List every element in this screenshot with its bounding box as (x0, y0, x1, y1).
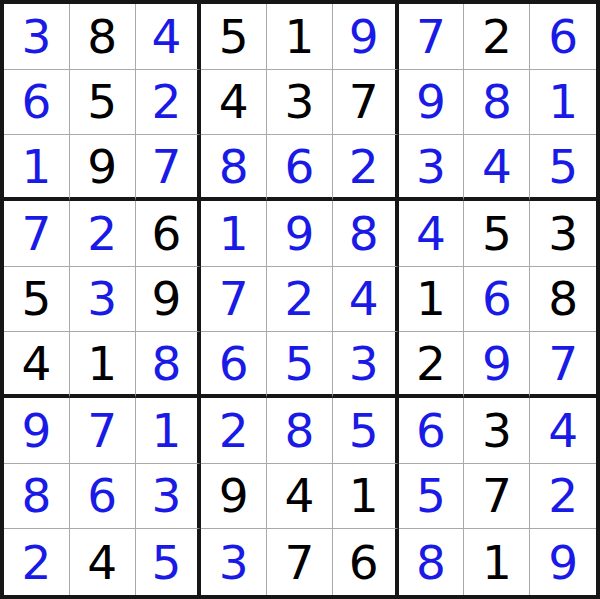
cell-r2c7[interactable]: 9 (399, 70, 465, 136)
cell-r4c3[interactable]: 6 (136, 201, 202, 267)
cell-r4c6[interactable]: 8 (333, 201, 399, 267)
cell-r9c7[interactable]: 8 (399, 529, 465, 595)
cell-r3c5[interactable]: 6 (267, 135, 333, 201)
cell-r4c8[interactable]: 5 (464, 201, 530, 267)
cell-r5c9[interactable]: 8 (530, 267, 596, 333)
cell-r1c2[interactable]: 8 (70, 4, 136, 70)
cell-r6c9[interactable]: 7 (530, 332, 596, 398)
cell-r2c9[interactable]: 1 (530, 70, 596, 136)
cell-r1c5[interactable]: 1 (267, 4, 333, 70)
cell-r2c1[interactable]: 6 (4, 70, 70, 136)
cell-r5c3[interactable]: 9 (136, 267, 202, 333)
cell-r6c5[interactable]: 5 (267, 332, 333, 398)
cell-r9c6[interactable]: 6 (333, 529, 399, 595)
cell-r3c6[interactable]: 2 (333, 135, 399, 201)
cell-r8c9[interactable]: 2 (530, 464, 596, 530)
cell-r6c6[interactable]: 3 (333, 332, 399, 398)
cell-r8c5[interactable]: 4 (267, 464, 333, 530)
cell-r1c7[interactable]: 7 (399, 4, 465, 70)
cell-r2c3[interactable]: 2 (136, 70, 202, 136)
cell-r5c6[interactable]: 4 (333, 267, 399, 333)
cell-r7c4[interactable]: 2 (201, 398, 267, 464)
cell-r6c8[interactable]: 9 (464, 332, 530, 398)
cell-r3c2[interactable]: 9 (70, 135, 136, 201)
cell-r2c2[interactable]: 5 (70, 70, 136, 136)
cell-r9c4[interactable]: 3 (201, 529, 267, 595)
cell-r6c7[interactable]: 2 (399, 332, 465, 398)
sudoku-app: 3845197266524379811978623457261984535397… (0, 0, 600, 599)
cell-r3c1[interactable]: 1 (4, 135, 70, 201)
cell-r9c8[interactable]: 1 (464, 529, 530, 595)
cell-r3c7[interactable]: 3 (399, 135, 465, 201)
cell-r3c3[interactable]: 7 (136, 135, 202, 201)
cell-r8c1[interactable]: 8 (4, 464, 70, 530)
cell-r4c4[interactable]: 1 (201, 201, 267, 267)
cell-r2c8[interactable]: 8 (464, 70, 530, 136)
cell-r7c1[interactable]: 9 (4, 398, 70, 464)
cell-r5c4[interactable]: 7 (201, 267, 267, 333)
cell-r5c1[interactable]: 5 (4, 267, 70, 333)
cell-r1c9[interactable]: 6 (530, 4, 596, 70)
cell-r1c6[interactable]: 9 (333, 4, 399, 70)
cell-r2c5[interactable]: 3 (267, 70, 333, 136)
cell-r4c1[interactable]: 7 (4, 201, 70, 267)
cell-r2c4[interactable]: 4 (201, 70, 267, 136)
cell-r6c1[interactable]: 4 (4, 332, 70, 398)
cell-r8c4[interactable]: 9 (201, 464, 267, 530)
cell-r5c2[interactable]: 3 (70, 267, 136, 333)
cell-r1c3[interactable]: 4 (136, 4, 202, 70)
cell-r3c9[interactable]: 5 (530, 135, 596, 201)
cell-r9c1[interactable]: 2 (4, 529, 70, 595)
cell-r1c8[interactable]: 2 (464, 4, 530, 70)
cell-r4c7[interactable]: 4 (399, 201, 465, 267)
cell-r5c7[interactable]: 1 (399, 267, 465, 333)
cell-r3c4[interactable]: 8 (201, 135, 267, 201)
cell-r7c6[interactable]: 5 (333, 398, 399, 464)
cell-r8c7[interactable]: 5 (399, 464, 465, 530)
cell-r4c2[interactable]: 2 (70, 201, 136, 267)
cell-r7c8[interactable]: 3 (464, 398, 530, 464)
cell-r6c3[interactable]: 8 (136, 332, 202, 398)
sudoku-board: 3845197266524379811978623457261984535397… (0, 0, 600, 599)
cell-r2c6[interactable]: 7 (333, 70, 399, 136)
cell-r7c7[interactable]: 6 (399, 398, 465, 464)
cell-r9c9[interactable]: 9 (530, 529, 596, 595)
cell-r5c8[interactable]: 6 (464, 267, 530, 333)
cell-r7c2[interactable]: 7 (70, 398, 136, 464)
cell-r7c3[interactable]: 1 (136, 398, 202, 464)
cell-r8c6[interactable]: 1 (333, 464, 399, 530)
cell-r9c3[interactable]: 5 (136, 529, 202, 595)
cell-r6c4[interactable]: 6 (201, 332, 267, 398)
cell-r5c5[interactable]: 2 (267, 267, 333, 333)
cell-r4c9[interactable]: 3 (530, 201, 596, 267)
cell-r1c4[interactable]: 5 (201, 4, 267, 70)
cell-r8c3[interactable]: 3 (136, 464, 202, 530)
cell-r7c5[interactable]: 8 (267, 398, 333, 464)
cell-r4c5[interactable]: 9 (267, 201, 333, 267)
cell-r9c5[interactable]: 7 (267, 529, 333, 595)
cell-r3c8[interactable]: 4 (464, 135, 530, 201)
cell-r9c2[interactable]: 4 (70, 529, 136, 595)
cell-r1c1[interactable]: 3 (4, 4, 70, 70)
cell-r8c2[interactable]: 6 (70, 464, 136, 530)
cell-r6c2[interactable]: 1 (70, 332, 136, 398)
cell-r8c8[interactable]: 7 (464, 464, 530, 530)
cell-r7c9[interactable]: 4 (530, 398, 596, 464)
